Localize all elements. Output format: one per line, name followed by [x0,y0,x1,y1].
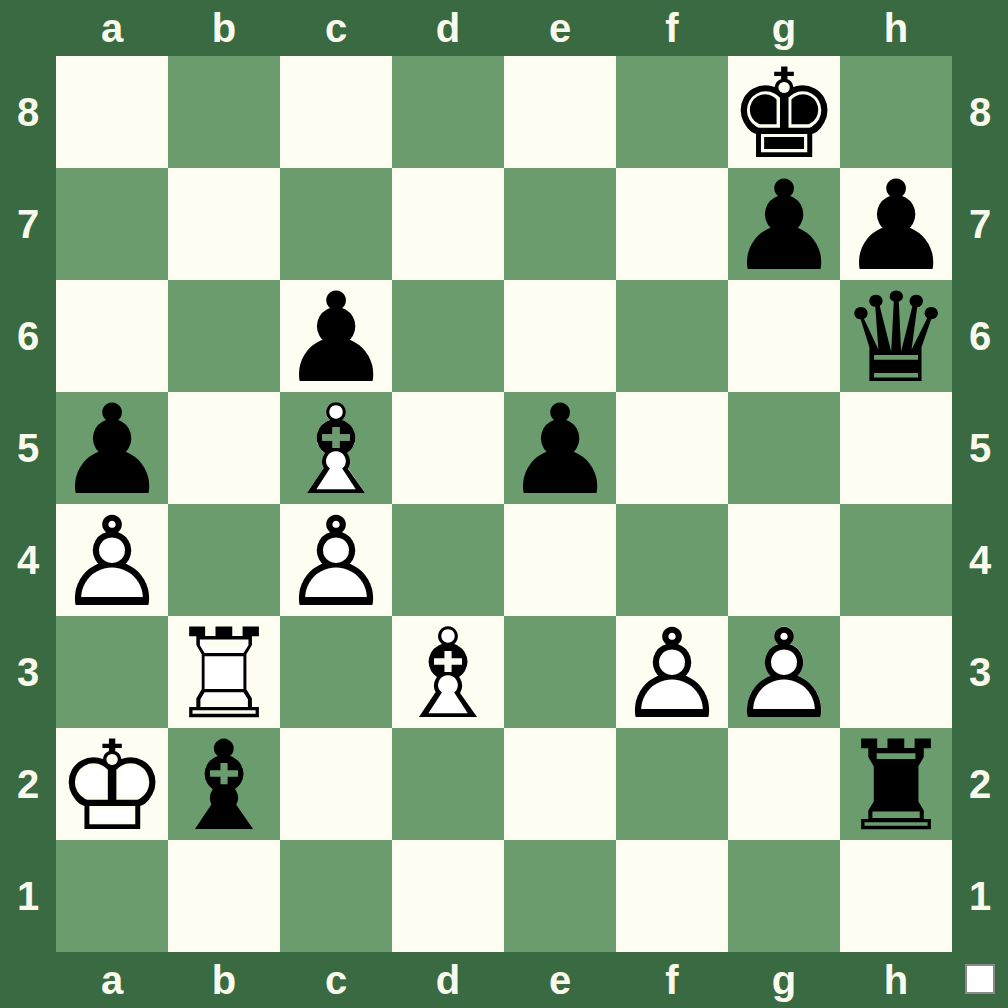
file-label-top-e: e [504,0,616,56]
file-label-top-b: b [168,0,280,56]
square-g2[interactable] [728,728,840,840]
file-label-top-f: f [616,0,728,56]
white-king: ♚♔ [56,728,168,840]
file-label-top-c: c [280,0,392,56]
square-c2[interactable] [280,728,392,840]
square-c6[interactable]: ♟ [280,280,392,392]
piece-glyph: ♛ [840,282,952,394]
file-label-bottom-a: a [56,952,168,1008]
square-c5[interactable]: ♝♗ [280,392,392,504]
square-b7[interactable] [168,168,280,280]
white-pawn: ♟♙ [280,504,392,616]
piece-glyph: ♜ [840,730,952,842]
white-pawn: ♟♙ [728,616,840,728]
rank-label-right-4: 4 [952,504,1008,616]
square-d2[interactable] [392,728,504,840]
piece-glyph: ♟ [504,394,616,506]
white-bishop: ♝♗ [392,616,504,728]
square-a1[interactable] [56,840,168,952]
file-label-bottom-d: d [392,952,504,1008]
rank-label-left-6: 6 [0,280,56,392]
square-e8[interactable] [504,56,616,168]
piece-glyph: ♝ [168,730,280,842]
square-e3[interactable] [504,616,616,728]
rank-label-left-7: 7 [0,168,56,280]
black-rook: ♜ [840,728,952,840]
square-h7[interactable]: ♟ [840,168,952,280]
rank-label-right-8: 8 [952,56,1008,168]
file-label-bottom-g: g [728,952,840,1008]
file-label-top-g: g [728,0,840,56]
rank-label-right-1: 1 [952,840,1008,952]
rank-label-right-2: 2 [952,728,1008,840]
file-label-top-a: a [56,0,168,56]
square-f8[interactable] [616,56,728,168]
square-d8[interactable] [392,56,504,168]
black-pawn: ♟ [56,392,168,504]
square-e7[interactable] [504,168,616,280]
file-label-top-d: d [392,0,504,56]
square-e5[interactable]: ♟ [504,392,616,504]
square-h4[interactable] [840,504,952,616]
rank-label-right-7: 7 [952,168,1008,280]
square-b4[interactable] [168,504,280,616]
square-e4[interactable] [504,504,616,616]
square-b1[interactable] [168,840,280,952]
black-pawn: ♟ [280,280,392,392]
square-b5[interactable] [168,392,280,504]
rank-label-left-5: 5 [0,392,56,504]
square-g3[interactable]: ♟♙ [728,616,840,728]
board-frame: ♚♟♟♟♛♟♝♗♟♟♙♟♙♜♖♝♗♟♙♟♙♚♔♝♜ abcdefgh abcde… [0,0,1008,1008]
file-label-bottom-b: b [168,952,280,1008]
piece-outline-glyph: ♙ [728,618,840,730]
rank-label-right-5: 5 [952,392,1008,504]
square-g6[interactable] [728,280,840,392]
square-f4[interactable] [616,504,728,616]
rank-label-left-1: 1 [0,840,56,952]
square-f3[interactable]: ♟♙ [616,616,728,728]
square-f1[interactable] [616,840,728,952]
square-f5[interactable] [616,392,728,504]
file-label-top-h: h [840,0,952,56]
square-a4[interactable]: ♟♙ [56,504,168,616]
white-rook: ♜♖ [168,616,280,728]
file-label-bottom-c: c [280,952,392,1008]
rank-label-right-6: 6 [952,280,1008,392]
square-c8[interactable] [280,56,392,168]
square-g4[interactable] [728,504,840,616]
square-e6[interactable] [504,280,616,392]
square-g5[interactable] [728,392,840,504]
square-d6[interactable] [392,280,504,392]
square-c1[interactable] [280,840,392,952]
black-pawn: ♟ [728,168,840,280]
square-a6[interactable] [56,280,168,392]
black-bishop: ♝ [168,728,280,840]
square-h1[interactable] [840,840,952,952]
rank-label-left-3: 3 [0,616,56,728]
square-a8[interactable] [56,56,168,168]
square-g1[interactable] [728,840,840,952]
square-d1[interactable] [392,840,504,952]
white-pawn: ♟♙ [616,616,728,728]
piece-outline-glyph: ♙ [616,618,728,730]
piece-glyph: ♟ [728,170,840,282]
file-label-bottom-e: e [504,952,616,1008]
square-h6[interactable]: ♛ [840,280,952,392]
black-queen: ♛ [840,280,952,392]
rank-label-left-2: 2 [0,728,56,840]
square-d4[interactable] [392,504,504,616]
square-h3[interactable] [840,616,952,728]
square-a5[interactable]: ♟ [56,392,168,504]
square-e2[interactable] [504,728,616,840]
piece-outline-glyph: ♗ [392,618,504,730]
black-king: ♚ [728,56,840,168]
white-pawn: ♟♙ [56,504,168,616]
square-b8[interactable] [168,56,280,168]
square-d3[interactable]: ♝♗ [392,616,504,728]
square-f2[interactable] [616,728,728,840]
side-to-move-indicator [965,964,995,994]
file-label-bottom-f: f [616,952,728,1008]
square-c4[interactable]: ♟♙ [280,504,392,616]
square-a3[interactable] [56,616,168,728]
white-bishop: ♝♗ [280,392,392,504]
square-b2[interactable]: ♝ [168,728,280,840]
black-pawn: ♟ [840,168,952,280]
square-g7[interactable]: ♟ [728,168,840,280]
file-label-bottom-h: h [840,952,952,1008]
square-d5[interactable] [392,392,504,504]
square-e1[interactable] [504,840,616,952]
rank-label-left-4: 4 [0,504,56,616]
square-f7[interactable] [616,168,728,280]
square-d7[interactable] [392,168,504,280]
square-a2[interactable]: ♚♔ [56,728,168,840]
square-h5[interactable] [840,392,952,504]
rank-label-left-8: 8 [0,56,56,168]
piece-outline-glyph: ♔ [56,730,168,842]
square-h2[interactable]: ♜ [840,728,952,840]
piece-outline-glyph: ♙ [280,506,392,618]
rank-label-right-3: 3 [952,616,1008,728]
square-a7[interactable] [56,168,168,280]
square-g8[interactable]: ♚ [728,56,840,168]
square-h8[interactable] [840,56,952,168]
piece-outline-glyph: ♙ [56,506,168,618]
square-f6[interactable] [616,280,728,392]
square-c3[interactable] [280,616,392,728]
chessboard: ♚♟♟♟♛♟♝♗♟♟♙♟♙♜♖♝♗♟♙♟♙♚♔♝♜ [56,56,952,952]
black-pawn: ♟ [504,392,616,504]
square-c7[interactable] [280,168,392,280]
square-b6[interactable] [168,280,280,392]
square-b3[interactable]: ♜♖ [168,616,280,728]
